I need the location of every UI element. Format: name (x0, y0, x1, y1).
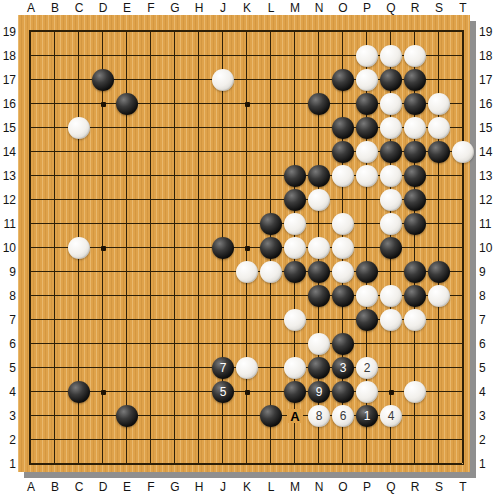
white-stone (284, 309, 306, 331)
black-stone (404, 261, 426, 283)
white-stone (380, 213, 402, 235)
white-stone (452, 141, 474, 163)
coord-number-left: 16 (0, 97, 16, 111)
black-stone (308, 357, 330, 379)
black-stone (404, 285, 426, 307)
coord-letter-bottom: M (283, 480, 307, 494)
coord-number-right: 4 (479, 385, 499, 399)
white-stone (68, 117, 90, 139)
white-stone (428, 117, 450, 139)
coord-letter-bottom: P (355, 480, 379, 494)
black-stone (308, 165, 330, 187)
black-stone (404, 189, 426, 211)
white-stone (404, 381, 426, 403)
white-stone (380, 45, 402, 67)
black-stone (356, 93, 378, 115)
black-stone (404, 141, 426, 163)
white-stone (68, 237, 90, 259)
white-stone: 2 (356, 357, 378, 379)
black-stone (332, 141, 354, 163)
black-stone (332, 117, 354, 139)
black-stone (308, 285, 330, 307)
coord-number-left: 7 (0, 313, 16, 327)
coord-letter-top: S (427, 1, 451, 15)
coord-number-right: 12 (479, 193, 499, 207)
black-stone (356, 117, 378, 139)
coord-letter-bottom: K (235, 480, 259, 494)
coord-number-right: 3 (479, 409, 499, 423)
coord-letter-top: R (403, 1, 427, 15)
coord-letter-top: F (139, 1, 163, 15)
coord-number-left: 1 (0, 457, 16, 471)
black-stone (92, 69, 114, 91)
coord-letter-top: O (331, 1, 355, 15)
coord-letter-bottom: J (211, 480, 235, 494)
coord-number-left: 13 (0, 169, 16, 183)
white-stone (356, 381, 378, 403)
white-stone (212, 69, 234, 91)
star-point (101, 102, 106, 107)
coord-letter-bottom: A (19, 480, 43, 494)
coord-letter-bottom: G (163, 480, 187, 494)
white-stone (380, 93, 402, 115)
coord-number-right: 15 (479, 121, 499, 135)
white-stone: 4 (380, 405, 402, 427)
star-point (245, 246, 250, 251)
black-stone: 5 (212, 381, 234, 403)
black-stone: 7 (212, 357, 234, 379)
white-stone (236, 357, 258, 379)
coord-number-left: 9 (0, 265, 16, 279)
move-number: 6 (340, 410, 347, 422)
move-number: 7 (220, 362, 227, 374)
coord-number-right: 16 (479, 97, 499, 111)
coord-letter-bottom: S (427, 480, 451, 494)
black-stone (428, 261, 450, 283)
white-stone (260, 261, 282, 283)
coord-letter-bottom: N (307, 480, 331, 494)
coord-number-left: 3 (0, 409, 16, 423)
white-stone (380, 285, 402, 307)
coord-letter-top: T (451, 1, 475, 15)
white-stone (236, 261, 258, 283)
white-stone (380, 117, 402, 139)
coord-letter-bottom: H (187, 480, 211, 494)
coord-number-left: 2 (0, 433, 16, 447)
move-number: 9 (316, 386, 323, 398)
coord-letter-top: M (283, 1, 307, 15)
board-wood: 123456789A (18, 15, 470, 472)
white-stone (356, 45, 378, 67)
coord-letter-top: C (67, 1, 91, 15)
coord-letter-bottom: B (43, 480, 67, 494)
black-stone (404, 93, 426, 115)
coord-letter-top: E (115, 1, 139, 15)
move-number: 3 (340, 362, 347, 374)
coord-letter-top: N (307, 1, 331, 15)
go-board-screenshot: 123456789A AABBCCDDEEFFGGHHJJKKLLMMNNOOP… (0, 0, 500, 500)
coord-number-right: 17 (479, 73, 499, 87)
white-stone: 6 (332, 405, 354, 427)
white-stone (404, 45, 426, 67)
coord-number-left: 12 (0, 193, 16, 207)
coord-letter-top: P (355, 1, 379, 15)
white-stone (380, 309, 402, 331)
coord-number-right: 19 (479, 25, 499, 39)
black-stone (260, 237, 282, 259)
black-stone (284, 189, 306, 211)
white-stone (284, 357, 306, 379)
coord-number-left: 6 (0, 337, 16, 351)
coord-number-left: 14 (0, 145, 16, 159)
coord-letter-bottom: D (91, 480, 115, 494)
black-stone (428, 141, 450, 163)
coord-number-right: 10 (479, 241, 499, 255)
black-stone (116, 93, 138, 115)
black-stone (260, 213, 282, 235)
coord-letter-bottom: F (139, 480, 163, 494)
white-stone (332, 213, 354, 235)
coord-number-right: 6 (479, 337, 499, 351)
move-number: 8 (316, 410, 323, 422)
coord-number-right: 14 (479, 145, 499, 159)
coord-number-right: 7 (479, 313, 499, 327)
white-stone (308, 333, 330, 355)
white-stone (356, 69, 378, 91)
coord-number-left: 4 (0, 385, 16, 399)
coord-letter-bottom: O (331, 480, 355, 494)
white-stone (380, 189, 402, 211)
black-stone: 9 (308, 381, 330, 403)
black-stone (308, 261, 330, 283)
coord-number-left: 15 (0, 121, 16, 135)
coord-number-left: 8 (0, 289, 16, 303)
star-point (101, 390, 106, 395)
white-stone (332, 261, 354, 283)
coord-letter-bottom: L (259, 480, 283, 494)
black-stone (356, 261, 378, 283)
black-stone (404, 165, 426, 187)
black-stone: 3 (332, 357, 354, 379)
white-stone (308, 237, 330, 259)
white-stone (428, 93, 450, 115)
black-stone (404, 69, 426, 91)
coord-letter-top: B (43, 1, 67, 15)
coord-letter-bottom: E (115, 480, 139, 494)
coord-number-right: 8 (479, 289, 499, 303)
white-stone (284, 213, 306, 235)
black-stone (284, 165, 306, 187)
coord-letter-top: D (91, 1, 115, 15)
coord-number-left: 11 (0, 217, 16, 231)
coord-number-left: 19 (0, 25, 16, 39)
black-stone (380, 69, 402, 91)
coord-letter-bottom: R (403, 480, 427, 494)
coord-number-left: 18 (0, 49, 16, 63)
white-stone (380, 165, 402, 187)
coord-letter-bottom: C (67, 480, 91, 494)
coord-letter-top: Q (379, 1, 403, 15)
coord-letter-top: H (187, 1, 211, 15)
white-stone (428, 285, 450, 307)
white-stone (356, 141, 378, 163)
coord-letter-top: L (259, 1, 283, 15)
black-stone: 1 (356, 405, 378, 427)
coord-number-right: 2 (479, 433, 499, 447)
move-number: 4 (388, 410, 395, 422)
white-stone (404, 117, 426, 139)
black-stone (116, 405, 138, 427)
black-stone (332, 333, 354, 355)
black-stone (284, 381, 306, 403)
coord-number-right: 13 (479, 169, 499, 183)
black-stone (380, 141, 402, 163)
white-stone (332, 165, 354, 187)
coord-number-right: 9 (479, 265, 499, 279)
coord-number-left: 10 (0, 241, 16, 255)
black-stone (308, 93, 330, 115)
white-stone (308, 189, 330, 211)
coord-letter-top: A (19, 1, 43, 15)
black-stone (284, 261, 306, 283)
white-stone (404, 309, 426, 331)
star-point (389, 390, 394, 395)
black-stone (260, 405, 282, 427)
black-stone (332, 285, 354, 307)
coord-number-right: 11 (479, 217, 499, 231)
white-stone (332, 237, 354, 259)
black-stone (380, 237, 402, 259)
coord-letter-bottom: Q (379, 480, 403, 494)
star-point (101, 246, 106, 251)
coord-letter-top: J (211, 1, 235, 15)
point-label-A: A (287, 409, 303, 423)
black-stone (332, 69, 354, 91)
move-number: 1 (364, 410, 371, 422)
coord-letter-top: G (163, 1, 187, 15)
coord-number-right: 1 (479, 457, 499, 471)
black-stone (68, 381, 90, 403)
black-stone (356, 309, 378, 331)
coord-number-left: 17 (0, 73, 16, 87)
star-point (245, 390, 250, 395)
coord-number-right: 18 (479, 49, 499, 63)
black-stone (212, 237, 234, 259)
white-stone (284, 237, 306, 259)
white-stone: 8 (308, 405, 330, 427)
move-number: 5 (220, 386, 227, 398)
coord-number-right: 5 (479, 361, 499, 375)
coord-letter-bottom: T (451, 480, 475, 494)
coord-number-left: 5 (0, 361, 16, 375)
white-stone (356, 285, 378, 307)
move-number: 2 (364, 362, 371, 374)
black-stone (332, 381, 354, 403)
white-stone (356, 165, 378, 187)
black-stone (404, 213, 426, 235)
coord-letter-top: K (235, 1, 259, 15)
star-point (245, 102, 250, 107)
